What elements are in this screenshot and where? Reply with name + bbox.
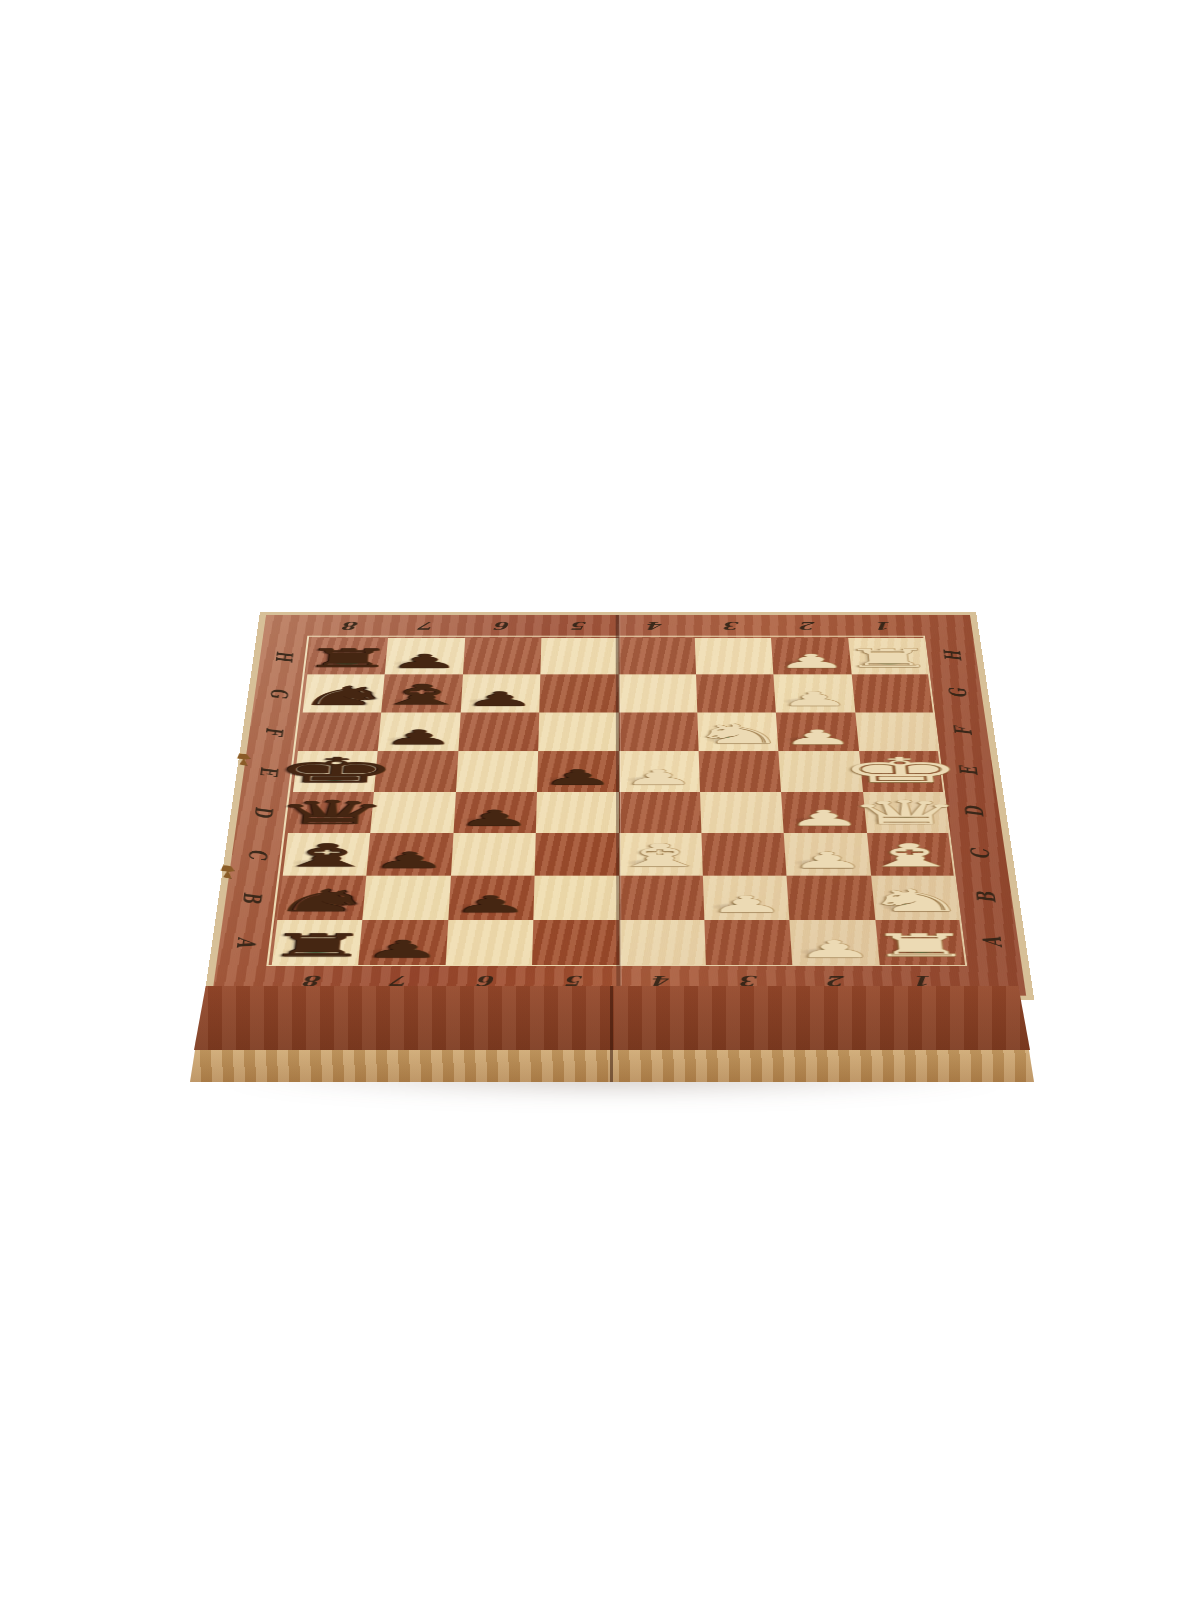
square-a8[interactable] xyxy=(272,920,363,966)
king-glyph: ♚ xyxy=(271,753,399,788)
black-pawn-f7[interactable]: ♟ xyxy=(378,712,460,751)
square-e6[interactable] xyxy=(456,751,539,791)
chessboard[interactable]: 8877665544332211HHGGFFEEDDCCBBAA ♜♟♟♜♞♝♟… xyxy=(204,612,1034,1000)
white-pawn-g2[interactable]: ♟ xyxy=(774,675,855,713)
square-h4[interactable] xyxy=(618,638,696,675)
file-label-left-H: H xyxy=(269,651,298,662)
black-bishop-g7[interactable]: ♝ xyxy=(382,675,463,713)
bishop-glyph: ♝ xyxy=(369,681,475,709)
brass-clasp-hook-lower[interactable] xyxy=(219,865,235,879)
square-a2[interactable] xyxy=(790,920,880,966)
square-b1[interactable] xyxy=(871,876,961,920)
file-label-right-H: H xyxy=(938,651,967,662)
rook-glyph: ♜ xyxy=(840,646,938,671)
king-glyph: ♚ xyxy=(837,753,965,788)
pawn-glyph: ♟ xyxy=(775,652,848,671)
pawn-glyph: ♟ xyxy=(464,689,537,709)
white-pawn-e4[interactable]: ♟ xyxy=(618,751,699,791)
square-g1[interactable] xyxy=(851,675,934,713)
white-king-e1[interactable]: ♚ xyxy=(859,751,944,791)
white-knight-f3[interactable]: ♞ xyxy=(697,712,778,751)
file-label-right-C: C xyxy=(964,848,995,861)
square-e3[interactable] xyxy=(699,751,782,791)
square-d5[interactable] xyxy=(536,792,619,833)
square-b2[interactable] xyxy=(787,876,875,920)
square-a4[interactable] xyxy=(619,920,706,966)
square-f5[interactable] xyxy=(538,712,618,751)
square-g4[interactable] xyxy=(618,675,697,713)
pawn-glyph: ♟ xyxy=(381,727,456,747)
square-a7[interactable] xyxy=(359,920,449,966)
rank-label-back-2: 2 xyxy=(797,619,821,632)
square-b5[interactable] xyxy=(533,876,618,920)
black-king-e8[interactable]: ♚ xyxy=(293,751,378,791)
rank-label-back-6: 6 xyxy=(492,619,515,632)
pawn-glyph: ♟ xyxy=(540,767,615,788)
file-label-right-A: A xyxy=(976,936,1009,949)
file-label-right-G: G xyxy=(943,688,972,699)
rank-label-back-8: 8 xyxy=(339,619,363,632)
square-f4[interactable] xyxy=(618,712,698,751)
rank-label-back-1: 1 xyxy=(873,619,897,632)
square-g3[interactable] xyxy=(696,675,776,713)
white-pawn-f2[interactable]: ♟ xyxy=(776,712,859,751)
square-f1[interactable] xyxy=(855,712,939,751)
rank-label-back-4: 4 xyxy=(645,619,668,632)
square-a1[interactable] xyxy=(875,920,966,966)
rank-label-back-5: 5 xyxy=(569,619,592,632)
file-label-right-B: B xyxy=(970,891,1002,904)
file-label-left-B: B xyxy=(236,891,268,904)
black-pawn-e5[interactable]: ♟ xyxy=(537,751,618,791)
square-f8[interactable] xyxy=(298,712,382,751)
square-h6[interactable] xyxy=(463,638,542,675)
square-b8[interactable] xyxy=(277,876,366,920)
square-h5[interactable] xyxy=(540,638,618,675)
product-photo-canvas: 8877665544332211HHGGFFEEDDCCBBAA ♜♟♟♜♞♝♟… xyxy=(0,0,1200,1600)
white-rook-h1[interactable]: ♜ xyxy=(848,638,929,675)
rank-label-back-7: 7 xyxy=(416,619,439,632)
file-label-left-C: C xyxy=(242,848,273,861)
square-b7[interactable] xyxy=(363,876,451,920)
square-f6[interactable] xyxy=(458,712,539,751)
file-label-left-F: F xyxy=(259,726,289,737)
file-label-left-A: A xyxy=(230,936,262,949)
rank-label-back-3: 3 xyxy=(721,619,744,632)
square-c6[interactable] xyxy=(451,833,536,876)
black-rook-h8[interactable]: ♜ xyxy=(307,638,388,675)
pawn-glyph: ♟ xyxy=(780,727,855,747)
square-g5[interactable] xyxy=(539,675,618,713)
square-a5[interactable] xyxy=(532,920,619,966)
pawn-glyph: ♟ xyxy=(388,652,461,671)
brass-clasp-hook-upper[interactable] xyxy=(236,753,252,766)
square-b4[interactable] xyxy=(619,876,705,920)
pawn-glyph: ♟ xyxy=(777,689,851,709)
square-d4[interactable] xyxy=(619,792,702,833)
rook-glyph: ♜ xyxy=(299,646,397,671)
front-face-seam xyxy=(610,986,613,1082)
pawn-glyph: ♟ xyxy=(621,767,696,788)
black-pawn-h7[interactable]: ♟ xyxy=(385,638,465,675)
file-label-right-F: F xyxy=(948,726,978,737)
file-label-left-G: G xyxy=(264,688,293,699)
square-a3[interactable] xyxy=(704,920,792,966)
square-a6[interactable] xyxy=(445,920,533,966)
square-d3[interactable] xyxy=(700,792,784,833)
square-h3[interactable] xyxy=(695,638,774,675)
square-b3[interactable] xyxy=(703,876,790,920)
square-b6[interactable] xyxy=(448,876,535,920)
knight-glyph: ♞ xyxy=(688,721,788,748)
